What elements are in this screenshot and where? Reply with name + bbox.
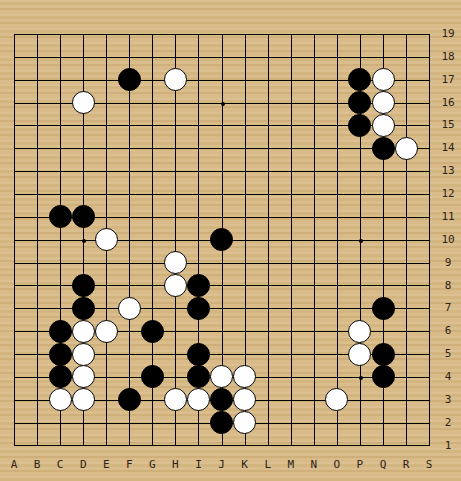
- column-label-B: B: [29, 459, 45, 471]
- stone-black-F17: [118, 68, 141, 91]
- stone-white-H9: [164, 251, 187, 274]
- row-label-12: 12: [438, 188, 458, 200]
- column-label-R: R: [398, 459, 414, 471]
- stone-black-G4: [141, 365, 164, 388]
- row-label-19: 19: [438, 28, 458, 40]
- stone-white-R14: [395, 137, 418, 160]
- go-board-screen: ABCDEFGHIJKLMNOPQRS 19181716151413121110…: [0, 0, 461, 481]
- stone-black-J10: [210, 228, 233, 251]
- stone-white-D3: [72, 388, 95, 411]
- stone-black-Q4: [372, 365, 395, 388]
- stone-black-C5: [49, 343, 72, 366]
- column-label-P: P: [352, 459, 368, 471]
- column-label-C: C: [52, 459, 68, 471]
- grid-vertical-line: [314, 34, 315, 446]
- stone-white-H17: [164, 68, 187, 91]
- row-label-3: 3: [438, 394, 458, 406]
- stone-black-P15: [348, 114, 371, 137]
- stone-white-K3: [233, 388, 256, 411]
- star-point: [221, 102, 225, 106]
- stone-black-Q14: [372, 137, 395, 160]
- column-label-S: S: [421, 459, 437, 471]
- stone-white-E10: [95, 228, 118, 251]
- star-point: [359, 376, 363, 380]
- stone-white-H3: [164, 388, 187, 411]
- row-label-2: 2: [438, 417, 458, 429]
- row-label-14: 14: [438, 142, 458, 154]
- row-label-13: 13: [438, 165, 458, 177]
- stone-black-J2: [210, 411, 233, 434]
- column-label-Q: Q: [375, 459, 391, 471]
- stone-white-C3: [49, 388, 72, 411]
- column-label-G: G: [144, 459, 160, 471]
- grid-horizontal-line: [14, 263, 430, 264]
- stone-black-G6: [141, 320, 164, 343]
- stone-white-Q15: [372, 114, 395, 137]
- grid-horizontal-line: [14, 445, 430, 446]
- stone-white-Q16: [372, 91, 395, 114]
- row-label-10: 10: [438, 234, 458, 246]
- grid-vertical-line: [406, 34, 407, 446]
- stone-black-D11: [72, 205, 95, 228]
- row-label-8: 8: [438, 280, 458, 292]
- row-label-4: 4: [438, 371, 458, 383]
- column-label-D: D: [75, 459, 91, 471]
- column-label-O: O: [329, 459, 345, 471]
- row-label-16: 16: [438, 97, 458, 109]
- grid-vertical-line: [337, 34, 338, 446]
- column-label-H: H: [167, 459, 183, 471]
- stone-white-D5: [72, 343, 95, 366]
- stone-black-C11: [49, 205, 72, 228]
- stone-black-C4: [49, 365, 72, 388]
- stone-white-F7: [118, 297, 141, 320]
- stone-white-K2: [233, 411, 256, 434]
- column-label-M: M: [283, 459, 299, 471]
- star-point: [82, 239, 86, 243]
- stone-black-F3: [118, 388, 141, 411]
- stone-white-Q17: [372, 68, 395, 91]
- row-label-18: 18: [438, 51, 458, 63]
- stone-white-O3: [325, 388, 348, 411]
- column-label-N: N: [306, 459, 322, 471]
- star-point: [359, 239, 363, 243]
- grid-vertical-line: [429, 34, 430, 446]
- row-label-1: 1: [438, 440, 458, 452]
- column-label-K: K: [237, 459, 253, 471]
- stone-black-D8: [72, 274, 95, 297]
- stone-black-I7: [187, 297, 210, 320]
- grid-vertical-line: [268, 34, 269, 446]
- stone-black-Q5: [372, 343, 395, 366]
- row-label-9: 9: [438, 257, 458, 269]
- row-label-6: 6: [438, 325, 458, 337]
- stone-black-C6: [49, 320, 72, 343]
- row-label-5: 5: [438, 348, 458, 360]
- stone-white-E6: [95, 320, 118, 343]
- column-label-L: L: [260, 459, 276, 471]
- stone-white-D4: [72, 365, 95, 388]
- row-label-7: 7: [438, 302, 458, 314]
- row-label-15: 15: [438, 119, 458, 131]
- stone-black-Q7: [372, 297, 395, 320]
- stone-white-J4: [210, 365, 233, 388]
- stone-white-P6: [348, 320, 371, 343]
- stone-black-J3: [210, 388, 233, 411]
- stone-white-P5: [348, 343, 371, 366]
- column-label-J: J: [214, 459, 230, 471]
- stone-black-P17: [348, 68, 371, 91]
- stone-black-D7: [72, 297, 95, 320]
- stone-black-I5: [187, 343, 210, 366]
- row-label-17: 17: [438, 74, 458, 86]
- stone-black-I8: [187, 274, 210, 297]
- stone-black-I4: [187, 365, 210, 388]
- stone-white-D6: [72, 320, 95, 343]
- stone-white-I3: [187, 388, 210, 411]
- column-label-A: A: [6, 459, 22, 471]
- grid-vertical-line: [291, 34, 292, 446]
- stone-black-P16: [348, 91, 371, 114]
- column-label-F: F: [121, 459, 137, 471]
- stone-white-H8: [164, 274, 187, 297]
- stone-white-K4: [233, 365, 256, 388]
- stone-white-D16: [72, 91, 95, 114]
- row-label-11: 11: [438, 211, 458, 223]
- column-label-E: E: [98, 459, 114, 471]
- column-label-I: I: [191, 459, 207, 471]
